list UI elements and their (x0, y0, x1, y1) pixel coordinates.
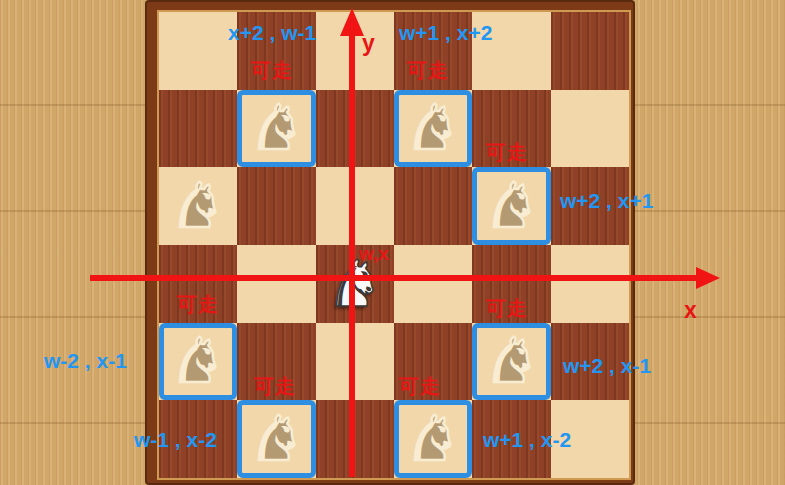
board-frame: ♞♞♞♞♞♞♞♞♞ (145, 0, 635, 485)
y-axis-label: y (362, 30, 375, 57)
board-square-c0r2: ♞ (159, 167, 237, 245)
can-move-label: 可走 (254, 373, 296, 400)
board-square-c5r3 (551, 245, 629, 323)
board-square-c1r2 (237, 167, 315, 245)
can-move-label: 可走 (251, 57, 293, 84)
move-target-square-c1r1[interactable]: ♞ (237, 90, 315, 168)
ghost-knight: ♞ (484, 175, 540, 237)
move-target-square-c1r5[interactable]: ♞ (237, 400, 315, 478)
can-move-label: 可走 (486, 295, 528, 322)
board-square-c5r1 (551, 90, 629, 168)
move-label-right-down: w+2 , x-1 (563, 354, 651, 378)
ghost-knight: ♞ (405, 408, 461, 470)
can-move-label: 可走 (177, 291, 219, 318)
board-square-c0r1 (159, 90, 237, 168)
move-target-square-c4r4[interactable]: ♞ (472, 323, 550, 401)
x-axis (90, 275, 697, 281)
move-label-right-up: w+2 , x+1 (560, 189, 653, 213)
ghost-knight: ♞ (170, 330, 226, 392)
y-axis-arrow-icon (340, 8, 364, 36)
board-square-c5r0 (551, 12, 629, 90)
board-square-c0r0 (159, 12, 237, 90)
x-axis-arrow-icon (696, 267, 720, 289)
board-square-c1r3 (237, 245, 315, 323)
can-move-label: 可走 (407, 57, 449, 84)
origin-label: w,x (359, 243, 389, 265)
can-move-label: 可走 (399, 373, 441, 400)
x-axis-label: x (684, 297, 697, 324)
can-move-label: 可走 (486, 139, 528, 166)
board-square-c3r2 (394, 167, 472, 245)
board-square-c3r3 (394, 245, 472, 323)
move-target-square-c3r1[interactable]: ♞ (394, 90, 472, 168)
y-axis (349, 34, 355, 477)
chess-board: ♞♞♞♞♞♞♞♞♞ (157, 10, 631, 480)
ghost-knight: ♞ (405, 97, 461, 159)
move-target-square-c4r2[interactable]: ♞ (472, 167, 550, 245)
ghost-knight: ♞ (484, 330, 540, 392)
knight-moves-diagram: ♞♞♞♞♞♞♞♞♞ y x w,x 可走 可走 可走 可走 可走 可走 可走 x… (0, 0, 785, 485)
ghost-knight: ♞ (170, 175, 226, 237)
ghost-knight: ♞ (249, 408, 305, 470)
move-label-up-left: x+2 , w-1 (228, 21, 316, 45)
move-target-square-c0r4[interactable]: ♞ (159, 323, 237, 401)
move-label-left-down: w-2 , x-1 (44, 349, 127, 373)
move-target-square-c3r5[interactable]: ♞ (394, 400, 472, 478)
move-label-up-right: w+1 , x+2 (399, 21, 492, 45)
move-label-down-right: w+1 , x-2 (483, 428, 571, 452)
ghost-knight: ♞ (249, 97, 305, 159)
move-label-down-left: w-1 , x-2 (134, 428, 217, 452)
